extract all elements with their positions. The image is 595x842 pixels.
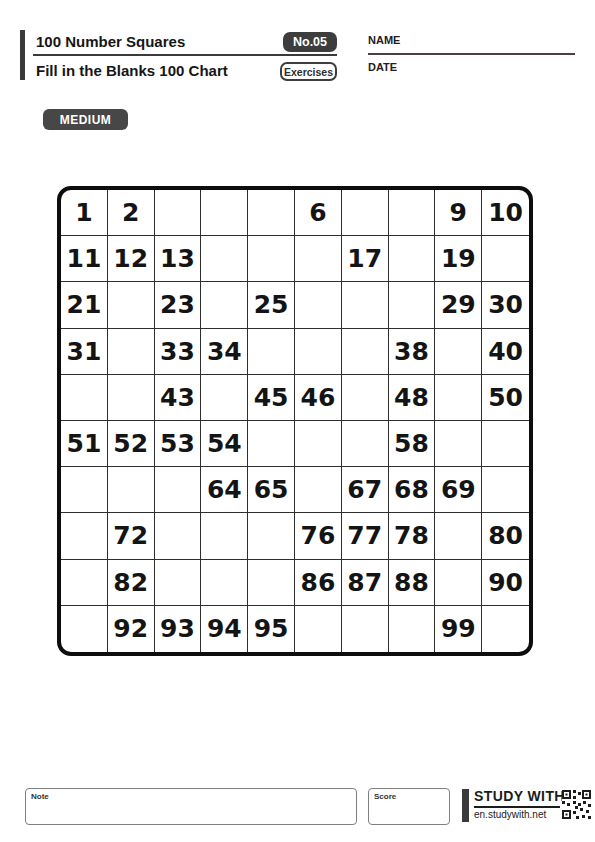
grid-cell-r6c4: 54 — [201, 421, 248, 467]
grid-cell-r8c4[interactable] — [201, 513, 248, 559]
grid-cell-r1c10: 10 — [482, 190, 529, 236]
brand-accent-bar — [462, 789, 469, 822]
worksheet-number-badge: No.05 — [283, 32, 337, 52]
grid-cell-r5c9[interactable] — [435, 375, 482, 421]
grid-cell-r7c9: 69 — [435, 467, 482, 513]
grid-cell-r9c9[interactable] — [435, 560, 482, 606]
grid-cell-r4c8: 38 — [389, 329, 436, 375]
exercises-badge: Exercises — [280, 62, 337, 81]
grid-cell-r3c7[interactable] — [342, 282, 389, 328]
grid-cell-r10c4: 94 — [201, 606, 248, 652]
grid-cell-r1c1: 1 — [61, 190, 108, 236]
grid-cell-r2c6[interactable] — [295, 236, 342, 282]
grid-cell-r4c7[interactable] — [342, 329, 389, 375]
grid-cell-r3c10: 30 — [482, 282, 529, 328]
grid-cell-r10c9: 99 — [435, 606, 482, 652]
grid-cell-r9c7: 87 — [342, 560, 389, 606]
grid-cell-r1c2: 2 — [108, 190, 155, 236]
grid-cell-r10c2: 92 — [108, 606, 155, 652]
grid-cell-r6c8: 58 — [389, 421, 436, 467]
hundred-chart-grid: 1269101112131719212325293031333438404345… — [57, 186, 533, 656]
grid-cell-r2c10[interactable] — [482, 236, 529, 282]
date-label: DATE — [368, 61, 397, 73]
note-box[interactable]: Note — [25, 788, 357, 825]
grid-cell-r4c1: 31 — [61, 329, 108, 375]
worksheet-title: 100 Number Squares — [36, 33, 185, 50]
grid-cell-r8c9[interactable] — [435, 513, 482, 559]
grid-cell-r8c1[interactable] — [61, 513, 108, 559]
grid-cell-r7c5: 65 — [248, 467, 295, 513]
grid-cell-r6c7[interactable] — [342, 421, 389, 467]
grid-cell-r2c8[interactable] — [389, 236, 436, 282]
grid-cell-r1c7[interactable] — [342, 190, 389, 236]
grid-cell-r1c5[interactable] — [248, 190, 295, 236]
grid-cell-r3c3: 23 — [155, 282, 202, 328]
grid-cell-r10c6[interactable] — [295, 606, 342, 652]
grid-cell-r7c3[interactable] — [155, 467, 202, 513]
name-write-line[interactable] — [368, 53, 575, 55]
grid-cell-r8c8: 78 — [389, 513, 436, 559]
grid-cell-r9c8: 88 — [389, 560, 436, 606]
grid-cell-r2c3: 13 — [155, 236, 202, 282]
grid-cell-r6c2: 52 — [108, 421, 155, 467]
grid-cell-r9c2: 82 — [108, 560, 155, 606]
grid-cell-r7c4: 64 — [201, 467, 248, 513]
grid-cell-r5c2[interactable] — [108, 375, 155, 421]
grid-cell-r1c3[interactable] — [155, 190, 202, 236]
grid-cell-r7c10[interactable] — [482, 467, 529, 513]
grid-cell-r5c8: 48 — [389, 375, 436, 421]
grid-cell-r2c5[interactable] — [248, 236, 295, 282]
grid-cell-r9c3[interactable] — [155, 560, 202, 606]
grid-cell-r4c2[interactable] — [108, 329, 155, 375]
name-label: NAME — [368, 34, 400, 46]
grid-cell-r6c9[interactable] — [435, 421, 482, 467]
grid-cell-r3c2[interactable] — [108, 282, 155, 328]
grid-cell-r4c3: 33 — [155, 329, 202, 375]
grid-cell-r8c2: 72 — [108, 513, 155, 559]
grid-cell-r5c6: 46 — [295, 375, 342, 421]
grid-cell-r4c6[interactable] — [295, 329, 342, 375]
grid-cell-r4c10: 40 — [482, 329, 529, 375]
grid-cell-r9c5[interactable] — [248, 560, 295, 606]
grid-cell-r3c8[interactable] — [389, 282, 436, 328]
grid-cell-r10c3: 93 — [155, 606, 202, 652]
grid-cell-r6c6[interactable] — [295, 421, 342, 467]
grid-cell-r10c10[interactable] — [482, 606, 529, 652]
grid-cell-r7c7: 67 — [342, 467, 389, 513]
grid-cell-r7c2[interactable] — [108, 467, 155, 513]
qr-code-icon — [562, 790, 591, 819]
grid-cell-r8c3[interactable] — [155, 513, 202, 559]
title-divider — [33, 54, 337, 56]
grid-cell-r6c5[interactable] — [248, 421, 295, 467]
grid-cell-r6c3: 53 — [155, 421, 202, 467]
brand-site-url: en.studywith.net — [474, 809, 546, 820]
grid-cell-r10c7[interactable] — [342, 606, 389, 652]
grid-cell-r3c5: 25 — [248, 282, 295, 328]
difficulty-badge: MEDIUM — [43, 109, 128, 130]
grid-cell-r2c9: 19 — [435, 236, 482, 282]
grid-cell-r1c8[interactable] — [389, 190, 436, 236]
grid-cell-r2c7: 17 — [342, 236, 389, 282]
brand-name: STUDY WITH — [474, 788, 565, 804]
grid-cell-r5c1[interactable] — [61, 375, 108, 421]
grid-cell-r5c3: 43 — [155, 375, 202, 421]
grid-cell-r3c4[interactable] — [201, 282, 248, 328]
grid-cell-r2c4[interactable] — [201, 236, 248, 282]
grid-cell-r4c5[interactable] — [248, 329, 295, 375]
grid-cell-r6c1: 51 — [61, 421, 108, 467]
worksheet-subtitle: Fill in the Blanks 100 Chart — [36, 62, 228, 79]
score-box[interactable]: Score — [368, 788, 450, 825]
grid-cell-r2c2: 12 — [108, 236, 155, 282]
grid-cell-r8c7: 77 — [342, 513, 389, 559]
grid-cell-r10c5: 95 — [248, 606, 295, 652]
grid-cell-r1c9: 9 — [435, 190, 482, 236]
grid-cell-r1c6: 6 — [295, 190, 342, 236]
grid-cell-r10c1[interactable] — [61, 606, 108, 652]
grid-cell-r6c10[interactable] — [482, 421, 529, 467]
grid-cell-r10c8[interactable] — [389, 606, 436, 652]
brand-underline — [474, 806, 560, 808]
grid-cell-r5c10: 50 — [482, 375, 529, 421]
grid-cell-r9c6: 86 — [295, 560, 342, 606]
grid-cell-r7c1[interactable] — [61, 467, 108, 513]
grid-cell-r4c4: 34 — [201, 329, 248, 375]
grid-cell-r9c1[interactable] — [61, 560, 108, 606]
grid-cell-r5c5: 45 — [248, 375, 295, 421]
grid-cell-r9c4[interactable] — [201, 560, 248, 606]
grid-cell-r7c6[interactable] — [295, 467, 342, 513]
header-accent-bar — [20, 30, 25, 80]
grid-cell-r3c9: 29 — [435, 282, 482, 328]
grid-cell-r3c6[interactable] — [295, 282, 342, 328]
grid-cell-r5c7[interactable] — [342, 375, 389, 421]
score-label: Score — [369, 789, 449, 804]
grid-cell-r4c9[interactable] — [435, 329, 482, 375]
grid-cell-r5c4[interactable] — [201, 375, 248, 421]
grid-cell-r8c10: 80 — [482, 513, 529, 559]
grid-cell-r8c5[interactable] — [248, 513, 295, 559]
grid-cell-r2c1: 11 — [61, 236, 108, 282]
grid-cell-r1c4[interactable] — [201, 190, 248, 236]
note-label: Note — [26, 789, 356, 804]
grid-cell-r3c1: 21 — [61, 282, 108, 328]
grid-cell-r8c6: 76 — [295, 513, 342, 559]
grid-cell-r7c8: 68 — [389, 467, 436, 513]
grid-cell-r9c10: 90 — [482, 560, 529, 606]
